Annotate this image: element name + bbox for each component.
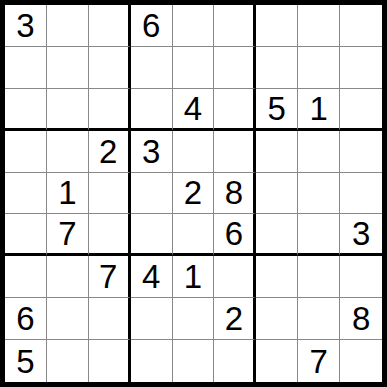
- cell-r2c4[interactable]: [131, 47, 173, 89]
- cell-r6c6[interactable]: 6: [214, 214, 256, 256]
- cell-r5c5[interactable]: 2: [173, 173, 215, 215]
- cell-r2c6[interactable]: [214, 47, 256, 89]
- cell-r4c6[interactable]: [214, 131, 256, 173]
- cell-r8c1[interactable]: 6: [5, 298, 47, 340]
- cell-r7c7[interactable]: [256, 256, 298, 298]
- cell-r4c7[interactable]: [256, 131, 298, 173]
- cell-r6c8[interactable]: [298, 214, 340, 256]
- cell-r5c6[interactable]: 8: [214, 173, 256, 215]
- cell-r5c7[interactable]: [256, 173, 298, 215]
- cell-r9c7[interactable]: [256, 340, 298, 382]
- cell-r1c7[interactable]: [256, 5, 298, 47]
- cell-r9c4[interactable]: [131, 340, 173, 382]
- cell-r9c2[interactable]: [47, 340, 89, 382]
- cell-r6c4[interactable]: [131, 214, 173, 256]
- cell-r3c7[interactable]: 5: [256, 89, 298, 131]
- cell-r9c1[interactable]: 5: [5, 340, 47, 382]
- cell-r3c5[interactable]: 4: [173, 89, 215, 131]
- cell-r7c1[interactable]: [5, 256, 47, 298]
- cell-r1c5[interactable]: [173, 5, 215, 47]
- cell-r9c8[interactable]: 7: [298, 340, 340, 382]
- cell-r3c9[interactable]: [340, 89, 382, 131]
- cell-r9c6[interactable]: [214, 340, 256, 382]
- cell-r2c9[interactable]: [340, 47, 382, 89]
- cell-r2c3[interactable]: [89, 47, 131, 89]
- cell-r5c3[interactable]: [89, 173, 131, 215]
- cell-r7c9[interactable]: [340, 256, 382, 298]
- cell-r6c1[interactable]: [5, 214, 47, 256]
- cell-r9c5[interactable]: [173, 340, 215, 382]
- cell-r8c3[interactable]: [89, 298, 131, 340]
- cell-r1c8[interactable]: [298, 5, 340, 47]
- cell-r6c2[interactable]: 7: [47, 214, 89, 256]
- sudoku-board: 364512312876374162857: [0, 0, 387, 387]
- cell-r2c2[interactable]: [47, 47, 89, 89]
- cell-r3c3[interactable]: [89, 89, 131, 131]
- cell-r8c2[interactable]: [47, 298, 89, 340]
- cell-r1c1[interactable]: 3: [5, 5, 47, 47]
- cell-r1c3[interactable]: [89, 5, 131, 47]
- cell-r8c7[interactable]: [256, 298, 298, 340]
- cell-r7c2[interactable]: [47, 256, 89, 298]
- cell-r6c3[interactable]: [89, 214, 131, 256]
- cell-r7c6[interactable]: [214, 256, 256, 298]
- cell-r5c2[interactable]: 1: [47, 173, 89, 215]
- cell-r7c5[interactable]: 1: [173, 256, 215, 298]
- cell-r9c3[interactable]: [89, 340, 131, 382]
- cell-r4c2[interactable]: [47, 131, 89, 173]
- cell-r2c7[interactable]: [256, 47, 298, 89]
- cell-r2c5[interactable]: [173, 47, 215, 89]
- cell-r7c8[interactable]: [298, 256, 340, 298]
- cell-r2c1[interactable]: [5, 47, 47, 89]
- cell-r2c8[interactable]: [298, 47, 340, 89]
- cell-r7c3[interactable]: 7: [89, 256, 131, 298]
- cell-r5c1[interactable]: [5, 173, 47, 215]
- cell-r4c9[interactable]: [340, 131, 382, 173]
- cell-r1c4[interactable]: 6: [131, 5, 173, 47]
- cell-r3c1[interactable]: [5, 89, 47, 131]
- cell-r5c8[interactable]: [298, 173, 340, 215]
- cell-r3c6[interactable]: [214, 89, 256, 131]
- cell-r4c8[interactable]: [298, 131, 340, 173]
- cell-r4c4[interactable]: 3: [131, 131, 173, 173]
- cell-r1c9[interactable]: [340, 5, 382, 47]
- cell-r4c5[interactable]: [173, 131, 215, 173]
- cell-r4c1[interactable]: [5, 131, 47, 173]
- cell-r6c9[interactable]: 3: [340, 214, 382, 256]
- cell-r4c3[interactable]: 2: [89, 131, 131, 173]
- cell-r8c6[interactable]: 2: [214, 298, 256, 340]
- cell-r1c2[interactable]: [47, 5, 89, 47]
- cell-r5c4[interactable]: [131, 173, 173, 215]
- cell-r1c6[interactable]: [214, 5, 256, 47]
- cell-r6c7[interactable]: [256, 214, 298, 256]
- cell-r6c5[interactable]: [173, 214, 215, 256]
- cell-r3c2[interactable]: [47, 89, 89, 131]
- cell-r3c8[interactable]: 1: [298, 89, 340, 131]
- cell-r8c4[interactable]: [131, 298, 173, 340]
- cell-r3c4[interactable]: [131, 89, 173, 131]
- cell-r8c5[interactable]: [173, 298, 215, 340]
- cell-r7c4[interactable]: 4: [131, 256, 173, 298]
- cell-r8c9[interactable]: 8: [340, 298, 382, 340]
- cell-r8c8[interactable]: [298, 298, 340, 340]
- cell-r9c9[interactable]: [340, 340, 382, 382]
- cell-r5c9[interactable]: [340, 173, 382, 215]
